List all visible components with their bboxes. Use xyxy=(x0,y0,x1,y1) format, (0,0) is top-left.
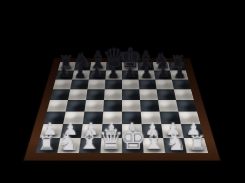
piece-black-pawn-g7[interactable]: ♟ xyxy=(154,70,172,79)
white-rook-glyph: ♜ xyxy=(188,133,206,153)
piece-black-pawn-h7[interactable]: ♟ xyxy=(170,70,188,79)
piece-black-pawn-e7[interactable]: ♟ xyxy=(122,70,139,79)
white-bishop-glyph: ♝ xyxy=(142,127,166,153)
piece-white-rook-h1[interactable]: ♜ xyxy=(184,138,209,153)
black-pawn-glyph: ♟ xyxy=(74,66,86,80)
piece-black-pawn-d7[interactable]: ♟ xyxy=(105,70,122,79)
piece-white-king-e1[interactable]: ♚ xyxy=(122,138,144,153)
black-pawn-glyph: ♟ xyxy=(91,66,103,80)
piece-white-bishop-c1[interactable]: ♝ xyxy=(79,138,102,153)
chessboard: ♜♞♝♛♚♝♞♜♟♟♟♟♟♟♟♟♟♟♟♟♟♟♟♟♜♞♝♛♚♝♞♜ xyxy=(24,58,220,160)
pieces-layer: ♜♞♝♛♚♝♞♜♟♟♟♟♟♟♟♟♟♟♟♟♟♟♟♟♜♞♝♛♚♝♞♜ xyxy=(36,62,209,153)
piece-white-bishop-f1[interactable]: ♝ xyxy=(143,138,166,153)
black-pawn-glyph: ♟ xyxy=(124,66,136,80)
black-pawn-glyph: ♟ xyxy=(58,66,70,80)
piece-black-pawn-f7[interactable]: ♟ xyxy=(138,70,155,79)
white-knight-glyph: ♞ xyxy=(57,130,78,154)
piece-black-pawn-c7[interactable]: ♟ xyxy=(89,70,106,79)
black-pawn-glyph: ♟ xyxy=(174,66,186,80)
white-queen-glyph: ♛ xyxy=(98,125,124,154)
piece-black-pawn-b7[interactable]: ♟ xyxy=(72,70,90,79)
black-pawn-glyph: ♟ xyxy=(108,66,120,80)
white-knight-glyph: ♞ xyxy=(165,130,186,154)
black-pawn-glyph: ♟ xyxy=(141,66,153,80)
piece-white-queen-d1[interactable]: ♛ xyxy=(100,138,122,153)
white-rook-glyph: ♜ xyxy=(37,133,55,153)
white-bishop-glyph: ♝ xyxy=(78,127,102,153)
black-pawn-glyph: ♟ xyxy=(157,66,169,80)
piece-white-knight-b1[interactable]: ♞ xyxy=(57,138,81,153)
chess-scene: ♜♞♝♛♚♝♞♜♟♟♟♟♟♟♟♟♟♟♟♟♟♟♟♟♜♞♝♛♚♝♞♜ xyxy=(0,0,245,183)
piece-white-knight-g1[interactable]: ♞ xyxy=(163,138,187,153)
